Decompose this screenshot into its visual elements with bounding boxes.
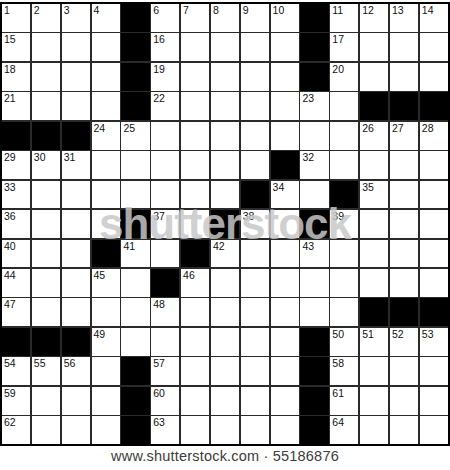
cell-r15c15[interactable] <box>420 416 448 444</box>
cell-r13c6[interactable]: 57 <box>151 357 179 385</box>
cell-r3c4[interactable] <box>92 63 120 91</box>
cell-r8c10[interactable] <box>271 210 299 238</box>
cell-r10c5[interactable] <box>121 269 149 297</box>
cell-number: 39 <box>332 210 344 222</box>
cell-r5c9[interactable] <box>241 122 269 150</box>
cell-r9c8[interactable]: 42 <box>211 240 239 268</box>
cell-r2c9[interactable] <box>241 33 269 61</box>
cell-r8c7[interactable] <box>181 210 209 238</box>
cell-r7c6[interactable] <box>151 181 179 209</box>
cell-r15c14[interactable] <box>390 416 418 444</box>
cell-r8c1[interactable]: 36 <box>2 210 30 238</box>
cell-r11c1[interactable]: 47 <box>2 298 30 326</box>
cell-r12c14[interactable]: 52 <box>390 328 418 356</box>
cell-r5c4[interactable]: 24 <box>92 122 120 150</box>
cell-number: 46 <box>183 269 195 281</box>
cell-r10c4[interactable]: 45 <box>92 269 120 297</box>
cell-r1c15[interactable]: 14 <box>420 4 448 32</box>
cell-r1c13[interactable]: 12 <box>360 4 388 32</box>
cell-number: 2 <box>34 4 40 16</box>
cell-r3c10[interactable] <box>271 63 299 91</box>
cell-r3c13[interactable] <box>360 63 388 91</box>
cell-r15c7[interactable] <box>181 416 209 444</box>
cell-number: 45 <box>94 269 106 281</box>
cell-r3c7[interactable] <box>181 63 209 91</box>
cell-r2c11-black <box>300 33 328 61</box>
cell-r6c11[interactable]: 32 <box>300 151 328 179</box>
cell-r12c11-black <box>300 328 328 356</box>
cell-r1c2[interactable]: 2 <box>32 4 60 32</box>
cell-number: 32 <box>302 151 314 163</box>
cell-r11c7[interactable] <box>181 298 209 326</box>
cell-number: 40 <box>4 240 16 252</box>
cell-r1c4[interactable]: 4 <box>92 4 120 32</box>
cell-r3c6[interactable]: 19 <box>151 63 179 91</box>
cell-r4c8[interactable] <box>211 92 239 120</box>
cell-r13c4[interactable] <box>92 357 120 385</box>
cell-r11c5[interactable] <box>121 298 149 326</box>
cell-r11c2[interactable] <box>32 298 60 326</box>
cell-r6c14[interactable] <box>390 151 418 179</box>
cell-number: 56 <box>64 357 76 369</box>
cell-r14c10[interactable] <box>271 387 299 415</box>
cell-r2c12[interactable]: 17 <box>330 33 358 61</box>
cell-r6c10-black <box>271 151 299 179</box>
cell-r15c9[interactable] <box>241 416 269 444</box>
cell-r15c5-black <box>121 416 149 444</box>
cell-r13c8[interactable] <box>211 357 239 385</box>
cell-number: 7 <box>183 4 189 16</box>
cell-r2c7[interactable] <box>181 33 209 61</box>
cell-r14c2[interactable] <box>32 387 60 415</box>
cell-r9c9[interactable] <box>241 240 269 268</box>
cell-number: 37 <box>153 210 165 222</box>
cell-r1c10[interactable]: 10 <box>271 4 299 32</box>
cell-r12c13[interactable]: 51 <box>360 328 388 356</box>
cell-r8c2[interactable] <box>32 210 60 238</box>
cell-r11c12[interactable] <box>330 298 358 326</box>
cell-r9c14[interactable] <box>390 240 418 268</box>
cell-number: 41 <box>123 240 135 252</box>
cell-r9c3[interactable] <box>62 240 90 268</box>
cell-number: 52 <box>392 328 404 340</box>
cell-number: 36 <box>4 210 16 222</box>
cell-r4c3[interactable] <box>62 92 90 120</box>
cell-r14c9[interactable] <box>241 387 269 415</box>
cell-r14c3[interactable] <box>62 387 90 415</box>
cell-r10c3[interactable] <box>62 269 90 297</box>
cell-r14c4[interactable] <box>92 387 120 415</box>
cell-r9c5[interactable]: 41 <box>121 240 149 268</box>
cell-r1c1[interactable]: 1 <box>2 4 30 32</box>
cell-r5c10[interactable] <box>271 122 299 150</box>
cell-r5c12[interactable] <box>330 122 358 150</box>
cell-number: 43 <box>302 240 314 252</box>
cell-number: 59 <box>4 387 16 399</box>
cell-number: 27 <box>392 122 404 134</box>
cell-number: 21 <box>4 92 16 104</box>
cell-number: 58 <box>332 357 344 369</box>
cell-r6c6[interactable] <box>151 151 179 179</box>
cell-r6c13[interactable] <box>360 151 388 179</box>
cell-number: 4 <box>94 4 100 16</box>
cell-r9c15[interactable] <box>420 240 448 268</box>
cell-r12c10[interactable] <box>271 328 299 356</box>
cell-r8c15[interactable] <box>420 210 448 238</box>
cell-r15c12[interactable]: 64 <box>330 416 358 444</box>
cell-r8c3[interactable] <box>62 210 90 238</box>
cell-r13c13[interactable] <box>360 357 388 385</box>
cell-r3c5-black <box>121 63 149 91</box>
cell-number: 3 <box>64 4 70 16</box>
cell-r9c4-black <box>92 240 120 268</box>
cell-r15c11-black <box>300 416 328 444</box>
cell-r11c3[interactable] <box>62 298 90 326</box>
cell-r9c13[interactable] <box>360 240 388 268</box>
cell-r14c8[interactable] <box>211 387 239 415</box>
cell-number: 12 <box>362 4 374 16</box>
cell-r7c3[interactable] <box>62 181 90 209</box>
cell-r6c2[interactable]: 30 <box>32 151 60 179</box>
cell-r1c7[interactable]: 7 <box>181 4 209 32</box>
cell-r12c4[interactable]: 49 <box>92 328 120 356</box>
cell-r13c10[interactable] <box>271 357 299 385</box>
cell-r9c6[interactable] <box>151 240 179 268</box>
cell-r10c6-black <box>151 269 179 297</box>
cell-r9c1[interactable]: 40 <box>2 240 30 268</box>
cell-r7c7[interactable] <box>181 181 209 209</box>
cell-r4c9[interactable] <box>241 92 269 120</box>
cell-r3c12[interactable]: 20 <box>330 63 358 91</box>
cell-number: 33 <box>4 181 16 193</box>
cell-r12c2-black <box>32 328 60 356</box>
cell-r6c1[interactable]: 29 <box>2 151 30 179</box>
cell-r1c11-black <box>300 4 328 32</box>
cell-r4c14-black <box>390 92 418 120</box>
cell-r15c10[interactable] <box>271 416 299 444</box>
cell-number: 47 <box>4 298 16 310</box>
cell-r4c2[interactable] <box>32 92 60 120</box>
cell-r13c11-black <box>300 357 328 385</box>
cell-r2c14[interactable] <box>390 33 418 61</box>
cell-number: 28 <box>422 122 434 134</box>
cell-number: 50 <box>332 328 344 340</box>
cell-r9c7-black <box>181 240 209 268</box>
cell-r10c11[interactable] <box>300 269 328 297</box>
cell-r6c8[interactable] <box>211 151 239 179</box>
cell-r5c15[interactable]: 28 <box>420 122 448 150</box>
cell-number: 24 <box>94 122 106 134</box>
cell-r3c11-black <box>300 63 328 91</box>
cell-r2c6[interactable]: 16 <box>151 33 179 61</box>
cell-r8c8-black <box>211 210 239 238</box>
cell-number: 63 <box>153 416 165 428</box>
cell-number: 25 <box>123 122 135 134</box>
cell-r5c8[interactable] <box>211 122 239 150</box>
cell-r2c2[interactable] <box>32 33 60 61</box>
crossword-grid: 1234678910111213141516171819202122232425… <box>0 2 450 446</box>
cell-number: 34 <box>273 181 285 193</box>
cell-number: 35 <box>362 181 374 193</box>
cell-number: 18 <box>4 63 16 75</box>
cell-r10c7[interactable]: 46 <box>181 269 209 297</box>
cell-r6c15[interactable] <box>420 151 448 179</box>
cell-number: 11 <box>332 4 343 16</box>
cell-number: 29 <box>4 151 16 163</box>
cell-r8c13[interactable] <box>360 210 388 238</box>
cell-r6c9[interactable] <box>241 151 269 179</box>
cell-r13c9[interactable] <box>241 357 269 385</box>
cell-r7c1[interactable]: 33 <box>2 181 30 209</box>
cell-r11c4[interactable] <box>92 298 120 326</box>
cell-r3c8[interactable] <box>211 63 239 91</box>
cell-r9c12[interactable] <box>330 240 358 268</box>
cell-r13c12[interactable]: 58 <box>330 357 358 385</box>
cell-number: 6 <box>153 4 159 16</box>
cell-r8c12[interactable]: 39 <box>330 210 358 238</box>
cell-r4c7[interactable] <box>181 92 209 120</box>
cell-r14c6[interactable]: 60 <box>151 387 179 415</box>
cell-r11c13-black <box>360 298 388 326</box>
cell-r1c8[interactable]: 8 <box>211 4 239 32</box>
cell-r7c11[interactable] <box>300 181 328 209</box>
cell-r13c15[interactable] <box>420 357 448 385</box>
cell-r5c2-black <box>32 122 60 150</box>
cell-r7c12-black <box>330 181 358 209</box>
cell-number: 61 <box>332 387 344 399</box>
cell-r10c13[interactable] <box>360 269 388 297</box>
cell-r7c13[interactable]: 35 <box>360 181 388 209</box>
cell-r11c9[interactable] <box>241 298 269 326</box>
cell-number: 53 <box>422 328 434 340</box>
cell-r4c1[interactable]: 21 <box>2 92 30 120</box>
cell-r4c12[interactable] <box>330 92 358 120</box>
cell-r3c15[interactable] <box>420 63 448 91</box>
cell-r3c1[interactable]: 18 <box>2 63 30 91</box>
cell-r5c7[interactable] <box>181 122 209 150</box>
cell-number: 44 <box>4 269 16 281</box>
cell-r14c7[interactable] <box>181 387 209 415</box>
cell-r7c2[interactable] <box>32 181 60 209</box>
cell-r5c6[interactable] <box>151 122 179 150</box>
cell-r13c1[interactable]: 54 <box>2 357 30 385</box>
cell-r5c1-black <box>2 122 30 150</box>
cell-number: 8 <box>213 4 219 16</box>
cell-r7c15[interactable] <box>420 181 448 209</box>
cell-r13c2[interactable]: 55 <box>32 357 60 385</box>
cell-number: 15 <box>4 33 16 45</box>
cell-r14c5-black <box>121 387 149 415</box>
cell-r8c14[interactable] <box>390 210 418 238</box>
cell-number: 13 <box>392 4 404 16</box>
cell-r4c11[interactable]: 23 <box>300 92 328 120</box>
cell-r10c12[interactable] <box>330 269 358 297</box>
cell-number: 14 <box>422 4 434 16</box>
cell-number: 49 <box>94 328 106 340</box>
cell-r5c5[interactable]: 25 <box>121 122 149 150</box>
cell-r14c13[interactable] <box>360 387 388 415</box>
cell-r4c13-black <box>360 92 388 120</box>
cell-r5c14[interactable]: 27 <box>390 122 418 150</box>
cell-r1c14[interactable]: 13 <box>390 4 418 32</box>
cell-r10c8[interactable] <box>211 269 239 297</box>
cell-r6c3[interactable]: 31 <box>62 151 90 179</box>
cell-number: 19 <box>153 63 165 75</box>
watermark-credit-line: www.shutterstock.com · 55186876 <box>0 448 450 464</box>
cell-r8c4[interactable] <box>92 210 120 238</box>
cell-r1c6[interactable]: 6 <box>151 4 179 32</box>
cell-number: 22 <box>153 92 165 104</box>
cell-r12c6[interactable] <box>151 328 179 356</box>
cell-r5c11[interactable] <box>300 122 328 150</box>
cell-number: 60 <box>153 387 165 399</box>
cell-r15c8[interactable] <box>211 416 239 444</box>
cell-number: 17 <box>332 33 344 45</box>
cell-r1c9[interactable]: 9 <box>241 4 269 32</box>
cell-r11c11[interactable] <box>300 298 328 326</box>
cell-r3c2[interactable] <box>32 63 60 91</box>
cell-r15c3[interactable] <box>62 416 90 444</box>
cell-r2c13[interactable] <box>360 33 388 61</box>
cell-r4c15-black <box>420 92 448 120</box>
cell-r10c1[interactable]: 44 <box>2 269 30 297</box>
cell-r2c10[interactable] <box>271 33 299 61</box>
cell-r13c14[interactable] <box>390 357 418 385</box>
cell-r15c2[interactable] <box>32 416 60 444</box>
cell-r12c9[interactable] <box>241 328 269 356</box>
cell-r5c3-black <box>62 122 90 150</box>
cell-r11c14-black <box>390 298 418 326</box>
cell-r7c9-black <box>241 181 269 209</box>
cell-r15c13[interactable] <box>360 416 388 444</box>
cell-r4c4[interactable] <box>92 92 120 120</box>
cell-r12c15[interactable]: 53 <box>420 328 448 356</box>
cell-number: 16 <box>153 33 165 45</box>
cell-number: 23 <box>302 92 314 104</box>
cell-number: 48 <box>153 298 165 310</box>
cell-r8c5-black <box>121 210 149 238</box>
cell-r11c10[interactable] <box>271 298 299 326</box>
cell-r7c4[interactable] <box>92 181 120 209</box>
cell-r14c11-black <box>300 387 328 415</box>
cell-r12c1-black <box>2 328 30 356</box>
cell-r8c11-black <box>300 210 328 238</box>
cell-r15c6[interactable]: 63 <box>151 416 179 444</box>
cell-r1c3[interactable]: 3 <box>62 4 90 32</box>
cell-number: 26 <box>362 122 374 134</box>
cell-number: 55 <box>34 357 46 369</box>
cell-r2c15[interactable] <box>420 33 448 61</box>
cell-r14c15[interactable] <box>420 387 448 415</box>
cell-r5c13[interactable]: 26 <box>360 122 388 150</box>
cell-r3c9[interactable] <box>241 63 269 91</box>
cell-r6c4[interactable] <box>92 151 120 179</box>
cell-number: 1 <box>4 4 10 16</box>
cell-r2c3[interactable] <box>62 33 90 61</box>
cell-number: 20 <box>332 63 344 75</box>
cell-r3c14[interactable] <box>390 63 418 91</box>
cell-number: 42 <box>213 240 225 252</box>
cell-r9c10[interactable] <box>271 240 299 268</box>
cell-r13c7[interactable] <box>181 357 209 385</box>
cell-r9c2[interactable] <box>32 240 60 268</box>
cell-r12c3-black <box>62 328 90 356</box>
cell-r7c10[interactable]: 34 <box>271 181 299 209</box>
cell-r15c4[interactable] <box>92 416 120 444</box>
cell-number: 64 <box>332 416 344 428</box>
cell-r3c3[interactable] <box>62 63 90 91</box>
cell-r7c8[interactable] <box>211 181 239 209</box>
cell-r11c6[interactable]: 48 <box>151 298 179 326</box>
cell-r10c14[interactable] <box>390 269 418 297</box>
cell-r7c5[interactable] <box>121 181 149 209</box>
cell-r10c10[interactable] <box>271 269 299 297</box>
cell-r14c14[interactable] <box>390 387 418 415</box>
cell-number: 57 <box>153 357 165 369</box>
cell-r12c12[interactable]: 50 <box>330 328 358 356</box>
cell-number: 38 <box>243 210 255 222</box>
cell-r6c7[interactable] <box>181 151 209 179</box>
cell-r14c1[interactable]: 59 <box>2 387 30 415</box>
cell-r2c4[interactable] <box>92 33 120 61</box>
cell-number: 9 <box>243 4 249 16</box>
cell-r13c5-black <box>121 357 149 385</box>
cell-r8c9[interactable]: 38 <box>241 210 269 238</box>
cell-r6c12[interactable] <box>330 151 358 179</box>
cell-r7c14[interactable] <box>390 181 418 209</box>
cell-r4c5-black <box>121 92 149 120</box>
cell-r9c11[interactable]: 43 <box>300 240 328 268</box>
cell-r10c15[interactable] <box>420 269 448 297</box>
cell-r2c1[interactable]: 15 <box>2 33 30 61</box>
cell-number: 31 <box>64 151 76 163</box>
cell-r4c10[interactable] <box>271 92 299 120</box>
cell-number: 62 <box>4 416 16 428</box>
cell-r14c12[interactable]: 61 <box>330 387 358 415</box>
cell-r2c5-black <box>121 33 149 61</box>
cell-r6c5[interactable] <box>121 151 149 179</box>
cell-r10c2[interactable] <box>32 269 60 297</box>
cell-r13c3[interactable]: 56 <box>62 357 90 385</box>
crossword-stock-image: 1234678910111213141516171819202122232425… <box>0 0 450 470</box>
cell-r12c5[interactable] <box>121 328 149 356</box>
cell-r1c12[interactable]: 11 <box>330 4 358 32</box>
cell-r4c6[interactable]: 22 <box>151 92 179 120</box>
cell-r1c5-black <box>121 4 149 32</box>
cell-r12c8[interactable] <box>211 328 239 356</box>
cell-number: 54 <box>4 357 16 369</box>
cell-r15c1[interactable]: 62 <box>2 416 30 444</box>
cell-r2c8[interactable] <box>211 33 239 61</box>
cell-number: 51 <box>362 328 374 340</box>
cell-number: 30 <box>34 151 46 163</box>
cell-number: 10 <box>273 4 285 16</box>
cell-r12c7[interactable] <box>181 328 209 356</box>
cell-r11c8[interactable] <box>211 298 239 326</box>
cell-r11c15-black <box>420 298 448 326</box>
cell-r8c6[interactable]: 37 <box>151 210 179 238</box>
cell-r10c9[interactable] <box>241 269 269 297</box>
